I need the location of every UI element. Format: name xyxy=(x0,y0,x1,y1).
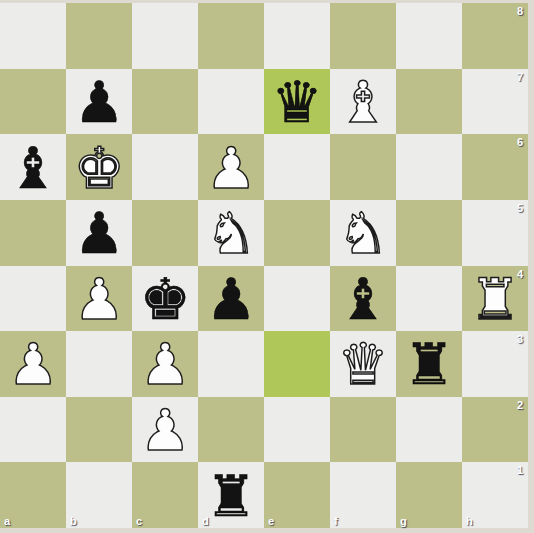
square-b3[interactable] xyxy=(66,331,132,397)
square-e2[interactable] xyxy=(264,397,330,463)
square-e3[interactable] xyxy=(264,331,330,397)
square-d1[interactable]: ♜d xyxy=(198,462,264,528)
square-f2[interactable] xyxy=(330,397,396,463)
square-c1[interactable]: c xyxy=(132,462,198,528)
square-a3[interactable]: ♟ xyxy=(0,331,66,397)
square-b8[interactable] xyxy=(66,3,132,69)
square-e1[interactable]: e xyxy=(264,462,330,528)
white-pawn[interactable]: ♟ xyxy=(139,336,190,393)
square-c7[interactable] xyxy=(132,69,198,135)
square-g2[interactable] xyxy=(396,397,462,463)
square-a7[interactable] xyxy=(0,69,66,135)
file-label-f: f xyxy=(334,515,338,527)
square-d7[interactable] xyxy=(198,69,264,135)
square-h5[interactable]: 5 xyxy=(462,200,528,266)
square-g8[interactable] xyxy=(396,3,462,69)
square-c5[interactable] xyxy=(132,200,198,266)
square-a2[interactable] xyxy=(0,397,66,463)
square-d3[interactable] xyxy=(198,331,264,397)
rank-label-3: 3 xyxy=(517,333,523,345)
square-f8[interactable] xyxy=(330,3,396,69)
square-e6[interactable] xyxy=(264,134,330,200)
square-d4[interactable]: ♟ xyxy=(198,266,264,332)
square-g3[interactable]: ♜ xyxy=(396,331,462,397)
square-g1[interactable]: g xyxy=(396,462,462,528)
white-king[interactable]: ♚ xyxy=(73,140,124,197)
chess-board: 8♟♛♝7♝♚♟6♟♞♞5♟♚♟♝♜4♟♟♛♜3♟2abc♜defg1h xyxy=(0,3,528,528)
square-a6[interactable]: ♝ xyxy=(0,134,66,200)
square-e4[interactable] xyxy=(264,266,330,332)
square-e5[interactable] xyxy=(264,200,330,266)
square-b7[interactable]: ♟ xyxy=(66,69,132,135)
white-pawn[interactable]: ♟ xyxy=(205,140,256,197)
rank-label-5: 5 xyxy=(517,202,523,214)
square-f4[interactable]: ♝ xyxy=(330,266,396,332)
rank-label-7: 7 xyxy=(517,71,523,83)
square-h7[interactable]: 7 xyxy=(462,69,528,135)
square-h4[interactable]: ♜4 xyxy=(462,266,528,332)
square-e7[interactable]: ♛ xyxy=(264,69,330,135)
black-bishop[interactable]: ♝ xyxy=(7,140,58,197)
rank-label-2: 2 xyxy=(517,399,523,411)
file-label-e: e xyxy=(268,515,274,527)
square-e8[interactable] xyxy=(264,3,330,69)
rank-label-1: 1 xyxy=(517,464,523,476)
square-d8[interactable] xyxy=(198,3,264,69)
square-b5[interactable]: ♟ xyxy=(66,200,132,266)
square-c6[interactable] xyxy=(132,134,198,200)
square-g7[interactable] xyxy=(396,69,462,135)
square-c8[interactable] xyxy=(132,3,198,69)
square-g5[interactable] xyxy=(396,200,462,266)
black-rook[interactable]: ♜ xyxy=(205,468,256,525)
square-f5[interactable]: ♞ xyxy=(330,200,396,266)
rank-label-8: 8 xyxy=(517,5,523,17)
white-rook[interactable]: ♜ xyxy=(469,271,520,328)
square-d5[interactable]: ♞ xyxy=(198,200,264,266)
square-a1[interactable]: a xyxy=(0,462,66,528)
square-h1[interactable]: 1h xyxy=(462,462,528,528)
square-f3[interactable]: ♛ xyxy=(330,331,396,397)
white-bishop[interactable]: ♝ xyxy=(337,74,388,131)
square-f6[interactable] xyxy=(330,134,396,200)
white-pawn[interactable]: ♟ xyxy=(73,271,124,328)
file-label-c: c xyxy=(136,515,142,527)
square-c3[interactable]: ♟ xyxy=(132,331,198,397)
black-bishop[interactable]: ♝ xyxy=(337,271,388,328)
square-c2[interactable]: ♟ xyxy=(132,397,198,463)
white-knight[interactable]: ♞ xyxy=(205,205,256,262)
black-queen[interactable]: ♛ xyxy=(271,74,322,131)
rank-label-6: 6 xyxy=(517,136,523,148)
white-queen[interactable]: ♛ xyxy=(337,336,388,393)
square-d2[interactable] xyxy=(198,397,264,463)
square-a8[interactable] xyxy=(0,3,66,69)
square-b2[interactable] xyxy=(66,397,132,463)
file-label-b: b xyxy=(70,515,77,527)
square-h3[interactable]: 3 xyxy=(462,331,528,397)
white-pawn[interactable]: ♟ xyxy=(7,336,58,393)
square-a5[interactable] xyxy=(0,200,66,266)
square-f1[interactable]: f xyxy=(330,462,396,528)
square-b1[interactable]: b xyxy=(66,462,132,528)
white-knight[interactable]: ♞ xyxy=(337,205,388,262)
square-b6[interactable]: ♚ xyxy=(66,134,132,200)
chess-app-page: 8♟♛♝7♝♚♟6♟♞♞5♟♚♟♝♜4♟♟♛♜3♟2abc♜defg1h xyxy=(0,0,534,533)
square-f7[interactable]: ♝ xyxy=(330,69,396,135)
square-h8[interactable]: 8 xyxy=(462,3,528,69)
file-label-g: g xyxy=(400,515,407,527)
white-pawn[interactable]: ♟ xyxy=(139,402,190,459)
square-g6[interactable] xyxy=(396,134,462,200)
square-h2[interactable]: 2 xyxy=(462,397,528,463)
black-rook[interactable]: ♜ xyxy=(403,336,454,393)
square-a4[interactable] xyxy=(0,266,66,332)
black-pawn[interactable]: ♟ xyxy=(73,74,124,131)
black-pawn[interactable]: ♟ xyxy=(73,205,124,262)
square-b4[interactable]: ♟ xyxy=(66,266,132,332)
black-pawn[interactable]: ♟ xyxy=(205,271,256,328)
file-label-a: a xyxy=(4,515,10,527)
square-h6[interactable]: 6 xyxy=(462,134,528,200)
file-label-h: h xyxy=(466,515,473,527)
square-c4[interactable]: ♚ xyxy=(132,266,198,332)
black-king[interactable]: ♚ xyxy=(139,271,190,328)
square-d6[interactable]: ♟ xyxy=(198,134,264,200)
square-g4[interactable] xyxy=(396,266,462,332)
